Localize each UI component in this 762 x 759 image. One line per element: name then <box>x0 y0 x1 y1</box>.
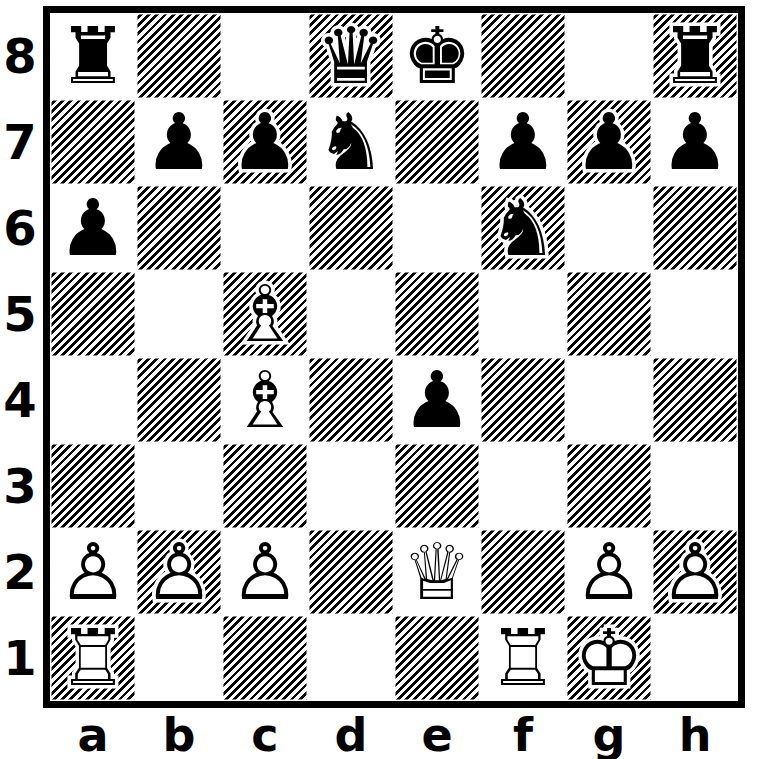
piece-white-bishop: ♗ <box>222 271 308 357</box>
square-f8[interactable] <box>480 13 566 99</box>
square-d7[interactable]: ♞♞ <box>308 99 394 185</box>
square-a7[interactable] <box>50 99 136 185</box>
piece-white-bishop: ♗ <box>222 357 308 443</box>
piece-white-queen: ♕ <box>394 529 480 615</box>
piece-white-rook: ♖ <box>480 615 566 701</box>
square-h3[interactable] <box>652 443 738 529</box>
square-g6[interactable] <box>566 185 652 271</box>
piece-white-pawn: ♙ <box>652 529 738 615</box>
piece-black-rook: ♜ <box>50 13 136 99</box>
square-e4[interactable]: ♟♟ <box>394 357 480 443</box>
square-d3[interactable] <box>308 443 394 529</box>
square-b1[interactable] <box>136 615 222 701</box>
chess-board: ♜♜♛♛♚♚♜♜♟♟♟♟♞♞♟♟♟♟♟♟♟♟♞♞♝♗♝♗♟♟♟♙♟♙♟♙♛♕♟♙… <box>50 13 738 701</box>
piece-white-pawn: ♙ <box>566 529 652 615</box>
square-c8[interactable] <box>222 13 308 99</box>
square-c6[interactable] <box>222 185 308 271</box>
piece-black-pawn: ♟ <box>394 357 480 443</box>
square-e3[interactable] <box>394 443 480 529</box>
rank-label-4: 4 <box>0 357 40 443</box>
square-h4[interactable] <box>652 357 738 443</box>
file-label-g: g <box>566 712 652 758</box>
square-a5[interactable] <box>50 271 136 357</box>
square-e1[interactable] <box>394 615 480 701</box>
piece-white-king: ♔ <box>566 615 652 701</box>
square-g4[interactable] <box>566 357 652 443</box>
piece-black-knight: ♞ <box>308 99 394 185</box>
square-f3[interactable] <box>480 443 566 529</box>
chess-diagram-page: ♜♜♛♛♚♚♜♜♟♟♟♟♞♞♟♟♟♟♟♟♟♟♞♞♝♗♝♗♟♟♟♙♟♙♟♙♛♕♟♙… <box>0 0 762 759</box>
piece-black-pawn: ♟ <box>652 99 738 185</box>
piece-black-pawn: ♟ <box>480 99 566 185</box>
piece-white-pawn: ♙ <box>222 529 308 615</box>
square-d4[interactable] <box>308 357 394 443</box>
square-c7[interactable]: ♟♟ <box>222 99 308 185</box>
square-f1[interactable]: ♜♖ <box>480 615 566 701</box>
square-d6[interactable] <box>308 185 394 271</box>
square-f7[interactable]: ♟♟ <box>480 99 566 185</box>
square-b6[interactable] <box>136 185 222 271</box>
square-f4[interactable] <box>480 357 566 443</box>
square-c1[interactable] <box>222 615 308 701</box>
piece-white-rook: ♖ <box>50 615 136 701</box>
square-g2[interactable]: ♟♙ <box>566 529 652 615</box>
square-c4[interactable]: ♝♗ <box>222 357 308 443</box>
square-b5[interactable] <box>136 271 222 357</box>
square-h1[interactable] <box>652 615 738 701</box>
square-c3[interactable] <box>222 443 308 529</box>
square-h7[interactable]: ♟♟ <box>652 99 738 185</box>
square-e2[interactable]: ♛♕ <box>394 529 480 615</box>
square-g1[interactable]: ♚♔ <box>566 615 652 701</box>
square-h6[interactable] <box>652 185 738 271</box>
rank-label-1: 1 <box>0 615 40 701</box>
piece-black-rook: ♜ <box>652 13 738 99</box>
file-label-e: e <box>394 712 480 758</box>
square-d8[interactable]: ♛♛ <box>308 13 394 99</box>
piece-black-pawn: ♟ <box>222 99 308 185</box>
square-e8[interactable]: ♚♚ <box>394 13 480 99</box>
square-g5[interactable] <box>566 271 652 357</box>
square-a8[interactable]: ♜♜ <box>50 13 136 99</box>
file-label-b: b <box>136 712 222 758</box>
file-label-c: c <box>222 712 308 758</box>
square-a3[interactable] <box>50 443 136 529</box>
piece-black-pawn: ♟ <box>136 99 222 185</box>
file-label-f: f <box>480 712 566 758</box>
square-b7[interactable]: ♟♟ <box>136 99 222 185</box>
square-a2[interactable]: ♟♙ <box>50 529 136 615</box>
square-a4[interactable] <box>50 357 136 443</box>
square-f6[interactable]: ♞♞ <box>480 185 566 271</box>
square-d1[interactable] <box>308 615 394 701</box>
square-f5[interactable] <box>480 271 566 357</box>
square-b8[interactable] <box>136 13 222 99</box>
rank-label-5: 5 <box>0 271 40 357</box>
piece-black-king: ♚ <box>394 13 480 99</box>
piece-black-pawn: ♟ <box>566 99 652 185</box>
rank-label-6: 6 <box>0 185 40 271</box>
chess-board-frame: ♜♜♛♛♚♚♜♜♟♟♟♟♞♞♟♟♟♟♟♟♟♟♞♞♝♗♝♗♟♟♟♙♟♙♟♙♛♕♟♙… <box>43 6 745 708</box>
square-g3[interactable] <box>566 443 652 529</box>
rank-label-8: 8 <box>0 13 40 99</box>
square-h2[interactable]: ♟♙ <box>652 529 738 615</box>
rank-label-3: 3 <box>0 443 40 529</box>
square-g7[interactable]: ♟♟ <box>566 99 652 185</box>
square-c5[interactable]: ♝♗ <box>222 271 308 357</box>
square-a6[interactable]: ♟♟ <box>50 185 136 271</box>
square-c2[interactable]: ♟♙ <box>222 529 308 615</box>
piece-white-pawn: ♙ <box>50 529 136 615</box>
square-e5[interactable] <box>394 271 480 357</box>
file-label-h: h <box>652 712 738 758</box>
square-d2[interactable] <box>308 529 394 615</box>
square-h5[interactable] <box>652 271 738 357</box>
square-e7[interactable] <box>394 99 480 185</box>
piece-black-knight: ♞ <box>480 185 566 271</box>
rank-label-2: 2 <box>0 529 40 615</box>
piece-white-pawn: ♙ <box>136 529 222 615</box>
square-e6[interactable] <box>394 185 480 271</box>
square-h8[interactable]: ♜♜ <box>652 13 738 99</box>
piece-black-pawn: ♟ <box>50 185 136 271</box>
square-d5[interactable] <box>308 271 394 357</box>
square-a1[interactable]: ♜♖ <box>50 615 136 701</box>
piece-black-queen: ♛ <box>308 13 394 99</box>
file-label-d: d <box>308 712 394 758</box>
square-b4[interactable] <box>136 357 222 443</box>
file-label-a: a <box>50 712 136 758</box>
square-f2[interactable] <box>480 529 566 615</box>
square-b2[interactable]: ♟♙ <box>136 529 222 615</box>
square-g8[interactable] <box>566 13 652 99</box>
square-b3[interactable] <box>136 443 222 529</box>
rank-label-7: 7 <box>0 99 40 185</box>
